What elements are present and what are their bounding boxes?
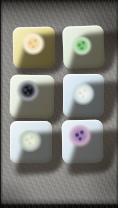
soap-cube-opal-green [62, 25, 104, 68]
stone-clear-quartz [71, 82, 95, 105]
stone-black-obsidian [16, 80, 41, 102]
soap-cube-opal-pale [10, 121, 52, 163]
stone-pale-opal [18, 130, 43, 153]
soap-cube-grid [0, 0, 118, 208]
soap-cube-obsidian-black [10, 75, 55, 119]
stone-cream-calcite [21, 33, 46, 55]
stone-amethyst [68, 124, 92, 147]
photo-canvas [0, 0, 118, 208]
stone-green-fluorite [71, 36, 93, 57]
soap-cube-quartz-white [63, 74, 104, 117]
soap-cube-yellow-cream [13, 27, 56, 69]
soap-cube-amethyst-purple [62, 120, 104, 164]
